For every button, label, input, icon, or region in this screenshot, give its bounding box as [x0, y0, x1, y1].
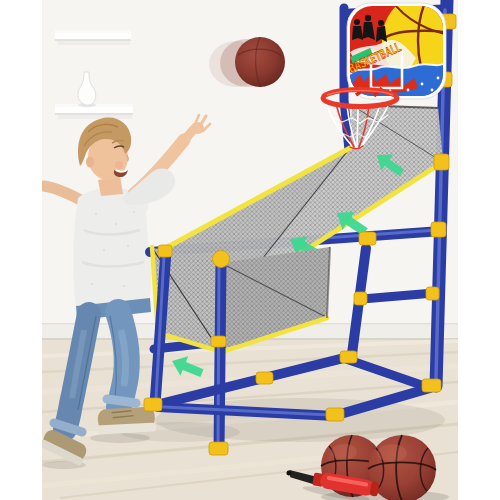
scene-canvas: BASKETBALL — [0, 0, 500, 500]
pipe-connector — [422, 379, 441, 392]
pipe-connector — [426, 287, 439, 300]
pipe-connector — [354, 292, 367, 305]
pipe-connector — [211, 336, 226, 347]
pipe-connector — [434, 154, 449, 170]
pipe-connector — [144, 398, 162, 411]
pipe-connector — [359, 232, 376, 245]
shelf-upper — [55, 30, 131, 45]
frame-pipe — [362, 293, 434, 299]
pipe-connector — [431, 222, 446, 237]
photo-margin-right — [458, 0, 500, 500]
child-tshirt — [73, 188, 151, 312]
photo-margin-left — [0, 0, 42, 500]
pipe-connector — [326, 408, 344, 421]
pipe-connector — [209, 442, 228, 455]
pipe-connector — [256, 372, 273, 384]
pipe-connector — [340, 351, 357, 363]
pipe-connector — [213, 251, 230, 268]
pipe-connector — [158, 245, 172, 257]
product-photo: BASKETBALL — [0, 0, 500, 500]
